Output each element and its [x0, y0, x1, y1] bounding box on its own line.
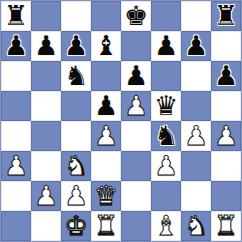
square-f3[interactable]: ♟ — [151, 151, 181, 181]
square-b7[interactable]: ♟ — [31, 31, 61, 61]
square-d3[interactable] — [91, 151, 121, 181]
white-pawn-icon: ♟ — [154, 151, 178, 181]
square-g7[interactable]: ♟ — [181, 31, 211, 61]
square-g4[interactable]: ♟ — [181, 121, 211, 151]
square-a4[interactable] — [1, 121, 31, 151]
black-pawn-icon: ♟ — [64, 31, 88, 61]
square-c7[interactable]: ♟ — [61, 31, 91, 61]
square-d1[interactable]: ♜ — [91, 211, 121, 241]
square-b4[interactable] — [31, 121, 61, 151]
square-h3[interactable] — [211, 151, 241, 181]
square-e1[interactable] — [121, 211, 151, 241]
white-pawn-icon: ♟ — [94, 121, 118, 151]
white-rook-icon: ♜ — [214, 211, 238, 241]
square-e5[interactable]: ♟ — [121, 91, 151, 121]
square-h4[interactable]: ♟ — [211, 121, 241, 151]
white-pawn-icon: ♟ — [64, 181, 88, 211]
black-queen-icon: ♛ — [154, 91, 178, 121]
square-b6[interactable] — [31, 61, 61, 91]
black-knight-icon: ♞ — [154, 121, 178, 151]
square-f7[interactable]: ♟ — [151, 31, 181, 61]
square-c5[interactable] — [61, 91, 91, 121]
square-b2[interactable]: ♟ — [31, 181, 61, 211]
square-f5[interactable]: ♛ — [151, 91, 181, 121]
square-h8[interactable]: ♜ — [211, 1, 241, 31]
square-f1[interactable]: ♝ — [151, 211, 181, 241]
square-g1[interactable]: ♞ — [181, 211, 211, 241]
square-g3[interactable] — [181, 151, 211, 181]
white-pawn-icon: ♟ — [4, 151, 28, 181]
square-h1[interactable]: ♜ — [211, 211, 241, 241]
black-pawn-icon: ♟ — [214, 61, 238, 91]
square-g8[interactable] — [181, 1, 211, 31]
black-bishop-icon: ♝ — [94, 31, 118, 61]
square-e3[interactable] — [121, 151, 151, 181]
white-knight-icon: ♞ — [64, 151, 88, 181]
square-h6[interactable]: ♟ — [211, 61, 241, 91]
white-pawn-icon: ♟ — [124, 91, 148, 121]
square-a7[interactable]: ♟ — [1, 31, 31, 61]
square-b3[interactable] — [31, 151, 61, 181]
square-b8[interactable] — [31, 1, 61, 31]
white-knight-icon: ♞ — [184, 211, 208, 241]
square-a2[interactable] — [1, 181, 31, 211]
square-g6[interactable] — [181, 61, 211, 91]
square-h2[interactable] — [211, 181, 241, 211]
square-d8[interactable] — [91, 1, 121, 31]
square-d5[interactable]: ♟ — [91, 91, 121, 121]
black-pawn-icon: ♟ — [4, 31, 28, 61]
square-a6[interactable] — [1, 61, 31, 91]
square-e8[interactable]: ♚ — [121, 1, 151, 31]
black-rook-icon: ♜ — [214, 1, 238, 31]
black-rook-icon: ♜ — [4, 1, 28, 31]
black-pawn-icon: ♟ — [34, 31, 58, 61]
square-d7[interactable]: ♝ — [91, 31, 121, 61]
black-pawn-icon: ♟ — [154, 31, 178, 61]
white-rook-icon: ♜ — [94, 211, 118, 241]
square-h5[interactable] — [211, 91, 241, 121]
square-d6[interactable] — [91, 61, 121, 91]
square-e7[interactable] — [121, 31, 151, 61]
black-knight-icon: ♞ — [64, 61, 88, 91]
square-b5[interactable] — [31, 91, 61, 121]
square-a8[interactable]: ♜ — [1, 1, 31, 31]
white-king-icon: ♚ — [64, 211, 88, 241]
black-pawn-icon: ♟ — [124, 61, 148, 91]
chess-board: ♜♚♜♟♟♟♝♟♟♞♟♟♟♟♛♟♞♟♟♟♞♟♟♟♛♚♜♝♞♜ — [0, 0, 242, 242]
black-pawn-icon: ♟ — [184, 31, 208, 61]
white-pawn-icon: ♟ — [214, 121, 238, 151]
square-f2[interactable] — [151, 181, 181, 211]
square-g5[interactable] — [181, 91, 211, 121]
square-e4[interactable] — [121, 121, 151, 151]
square-a1[interactable] — [1, 211, 31, 241]
square-a5[interactable] — [1, 91, 31, 121]
square-c4[interactable] — [61, 121, 91, 151]
square-d2[interactable]: ♛ — [91, 181, 121, 211]
square-f8[interactable] — [151, 1, 181, 31]
black-pawn-icon: ♟ — [94, 91, 118, 121]
white-bishop-icon: ♝ — [154, 211, 178, 241]
black-king-icon: ♚ — [124, 1, 148, 31]
white-queen-icon: ♛ — [94, 181, 118, 211]
white-pawn-icon: ♟ — [184, 121, 208, 151]
square-g2[interactable] — [181, 181, 211, 211]
square-b1[interactable] — [31, 211, 61, 241]
square-f6[interactable] — [151, 61, 181, 91]
square-c1[interactable]: ♚ — [61, 211, 91, 241]
square-e6[interactable]: ♟ — [121, 61, 151, 91]
square-c6[interactable]: ♞ — [61, 61, 91, 91]
square-c8[interactable] — [61, 1, 91, 31]
square-a3[interactable]: ♟ — [1, 151, 31, 181]
square-h7[interactable] — [211, 31, 241, 61]
square-f4[interactable]: ♞ — [151, 121, 181, 151]
square-c2[interactable]: ♟ — [61, 181, 91, 211]
square-d4[interactable]: ♟ — [91, 121, 121, 151]
square-e2[interactable] — [121, 181, 151, 211]
white-pawn-icon: ♟ — [34, 181, 58, 211]
square-c3[interactable]: ♞ — [61, 151, 91, 181]
